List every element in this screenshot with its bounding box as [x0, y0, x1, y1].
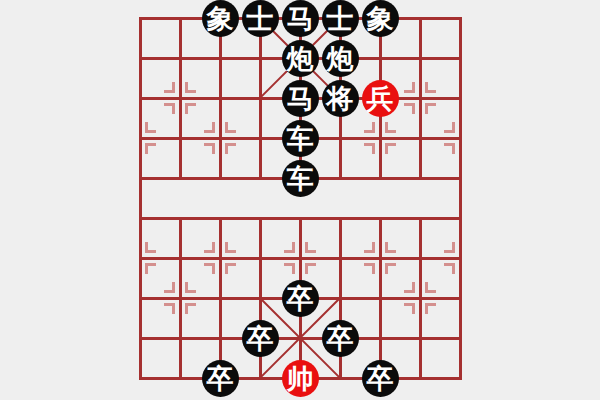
board-cell — [419, 137, 462, 177]
xiangqi-board[interactable]: 象士马士象炮炮马将兵车车卒卒卒卒帅卒 — [139, 17, 462, 380]
river-cell — [339, 177, 379, 217]
position-marker — [385, 122, 396, 133]
piece-black-soldier-f8[interactable]: 卒 — [322, 320, 359, 357]
piece-black-general-f2[interactable]: 将 — [322, 80, 359, 117]
position-marker — [185, 282, 196, 293]
position-marker — [364, 263, 375, 274]
position-marker — [425, 303, 436, 314]
river-cell — [219, 177, 259, 217]
position-marker — [204, 143, 215, 154]
position-marker — [185, 82, 196, 93]
position-marker — [225, 122, 236, 133]
piece-black-elephant-c0[interactable]: 象 — [202, 0, 239, 37]
position-marker — [164, 282, 175, 293]
piece-black-horse-e2[interactable]: 马 — [282, 80, 319, 117]
river-cell — [139, 177, 179, 217]
position-marker — [425, 82, 436, 93]
position-marker — [204, 122, 215, 133]
piece-black-advisor-d0[interactable]: 士 — [242, 0, 279, 37]
position-marker — [145, 242, 156, 253]
piece-black-chariot-e3[interactable]: 车 — [282, 120, 319, 157]
piece-black-soldier-d8[interactable]: 卒 — [242, 320, 279, 357]
position-marker — [444, 143, 455, 154]
position-marker — [164, 103, 175, 114]
piece-black-soldier-e7[interactable]: 卒 — [282, 280, 319, 317]
piece-black-cannon-f1[interactable]: 炮 — [322, 40, 359, 77]
position-marker — [425, 103, 436, 114]
position-marker — [444, 122, 455, 133]
piece-black-advisor-f0[interactable]: 士 — [322, 0, 359, 37]
position-marker — [225, 242, 236, 253]
position-marker — [185, 103, 196, 114]
position-marker — [145, 143, 156, 154]
piece-black-soldier-c9[interactable]: 卒 — [202, 360, 239, 397]
board-cell — [419, 17, 462, 57]
river-cell — [379, 177, 419, 217]
position-marker — [145, 122, 156, 133]
river-cell — [179, 177, 219, 217]
position-marker — [145, 263, 156, 274]
piece-black-chariot-e4[interactable]: 车 — [282, 160, 319, 197]
position-marker — [385, 242, 396, 253]
river-cell — [419, 177, 462, 217]
board-cell — [139, 17, 179, 57]
position-marker — [385, 143, 396, 154]
position-marker — [225, 263, 236, 274]
board-cell — [139, 337, 179, 380]
position-marker — [284, 242, 295, 253]
position-marker — [284, 263, 295, 274]
position-marker — [404, 103, 415, 114]
position-marker — [364, 122, 375, 133]
position-marker — [425, 282, 436, 293]
piece-black-cannon-e1[interactable]: 炮 — [282, 40, 319, 77]
position-marker — [225, 143, 236, 154]
position-marker — [305, 263, 316, 274]
board-cell — [219, 57, 259, 97]
position-marker — [404, 282, 415, 293]
board-cell — [419, 217, 462, 257]
position-marker — [444, 263, 455, 274]
piece-red-general-e9[interactable]: 帅 — [282, 360, 319, 397]
piece-black-horse-e0[interactable]: 马 — [282, 0, 319, 37]
piece-red-soldier-g2[interactable]: 兵 — [362, 80, 399, 117]
position-marker — [364, 242, 375, 253]
piece-black-soldier-g9[interactable]: 卒 — [362, 360, 399, 397]
position-marker — [444, 242, 455, 253]
position-marker — [305, 242, 316, 253]
position-marker — [404, 303, 415, 314]
position-marker — [404, 82, 415, 93]
position-marker — [364, 143, 375, 154]
position-marker — [164, 303, 175, 314]
piece-black-elephant-g0[interactable]: 象 — [362, 0, 399, 37]
position-marker — [204, 263, 215, 274]
board-cell — [419, 337, 462, 380]
position-marker — [185, 303, 196, 314]
app-background: 象士马士象炮炮马将兵车车卒卒卒卒帅卒 — [0, 0, 600, 400]
position-marker — [385, 263, 396, 274]
position-marker — [164, 82, 175, 93]
position-marker — [204, 242, 215, 253]
